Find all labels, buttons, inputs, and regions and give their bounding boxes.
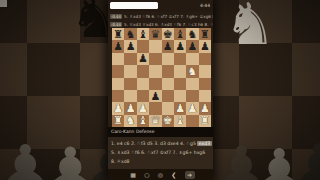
board-icon[interactable]: ▦ <box>130 171 136 179</box>
square-g2[interactable]: ♟ <box>186 102 198 114</box>
square-f5[interactable] <box>174 65 186 77</box>
opening-name-bar: Caro-Kann Defense <box>108 127 213 137</box>
white-knight-icon: ♞ <box>188 66 198 77</box>
white-bishop-icon: ♝ <box>138 115 148 126</box>
move-line[interactable]: 1. e4 c6 2. ♘f3 d5 3. d3 dxe4 4. ♘g5 exd… <box>111 140 213 149</box>
move-line[interactable]: 8. ♕xd8 <box>111 158 213 167</box>
black-rook-icon: ♜ <box>113 29 123 40</box>
square-e5[interactable] <box>162 65 174 77</box>
square-h7[interactable]: ♟ <box>199 40 211 52</box>
square-g6[interactable] <box>186 53 198 65</box>
square-f4[interactable] <box>174 78 186 90</box>
chess-app-panel: 4:44 -0.44 5. ♗xd3 ♘f6 6. ♘xf7 ♔xf7 7. ♗… <box>108 0 213 180</box>
engine-line-moves: 5. ♕xd3 ♕xd3 6. ♗xd3 ♘f6 7. ♘c3 h6 8. ♘f… <box>124 22 213 27</box>
square-f3[interactable] <box>174 90 186 102</box>
black-knight-icon: ♞ <box>126 29 136 40</box>
black-bishop-icon: ♝ <box>175 29 185 40</box>
clock-text: 4:44 <box>200 3 210 8</box>
back-icon[interactable]: ❮ <box>171 171 176 179</box>
black-bishop-icon: ♝ <box>138 29 148 40</box>
white-pawn-icon: ♟ <box>113 103 123 114</box>
square-g8[interactable]: ♞ <box>186 28 198 40</box>
square-a3[interactable] <box>112 90 124 102</box>
square-c8[interactable]: ♝ <box>137 28 149 40</box>
black-pawn-icon: ♟ <box>138 53 148 64</box>
square-e2[interactable] <box>162 102 174 114</box>
white-queen-icon: ♛ <box>150 115 160 126</box>
square-b8[interactable]: ♞ <box>124 28 136 40</box>
white-pawn-icon: ♟ <box>200 103 210 114</box>
white-pawn-icon: ♟ <box>188 103 198 114</box>
square-c2[interactable]: ♟ <box>137 102 149 114</box>
square-f8[interactable]: ♝ <box>174 28 186 40</box>
black-pawn-icon: ♟ <box>175 41 185 52</box>
square-e6[interactable] <box>162 53 174 65</box>
black-king-icon: ♚ <box>163 29 173 40</box>
black-rook-icon: ♜ <box>200 29 210 40</box>
forward-icon[interactable]: ➜ <box>185 171 195 179</box>
square-c6[interactable]: ♟ <box>137 53 149 65</box>
eval-badge: -0.44 <box>110 22 122 28</box>
square-d7[interactable] <box>149 40 161 52</box>
square-e1[interactable]: ♚ <box>162 115 174 127</box>
black-pawn-icon: ♟ <box>188 41 198 52</box>
search-input[interactable] <box>110 2 158 9</box>
white-king-icon: ♚ <box>163 115 173 126</box>
square-d2[interactable] <box>149 102 161 114</box>
square-d8[interactable]: ♛ <box>149 28 161 40</box>
black-pawn-icon: ♟ <box>200 41 210 52</box>
square-a2[interactable]: ♟ <box>112 102 124 114</box>
square-d3[interactable]: ♟ <box>149 90 161 102</box>
square-h6[interactable] <box>199 53 211 65</box>
bottom-toolbar: ▦○◎❮➜ <box>108 169 213 180</box>
white-pawn-icon: ♟ <box>175 103 185 114</box>
square-b1[interactable]: ♞ <box>124 115 136 127</box>
square-e4[interactable] <box>162 78 174 90</box>
square-b6[interactable] <box>124 53 136 65</box>
square-c3[interactable] <box>137 90 149 102</box>
black-pawn-icon: ♟ <box>126 41 136 52</box>
engine-line-moves: 5. ♗xd3 ♘f6 6. ♘xf7 ♔xf7 7. ♗g6+ ♔xg6 8.… <box>124 14 213 19</box>
square-h2[interactable]: ♟ <box>199 102 211 114</box>
square-e8[interactable]: ♚ <box>162 28 174 40</box>
white-knight-icon: ♞ <box>126 115 136 126</box>
square-c1[interactable]: ♝ <box>137 115 149 127</box>
square-f2[interactable]: ♟ <box>174 102 186 114</box>
engine-line[interactable]: -0.44 5. ♗xd3 ♘f6 6. ♘xf7 ♔xf7 7. ♗g6+ ♔… <box>110 13 213 20</box>
black-pawn-icon: ♟ <box>163 41 173 52</box>
square-b4[interactable] <box>124 78 136 90</box>
square-d6[interactable] <box>149 53 161 65</box>
square-d4[interactable] <box>149 78 161 90</box>
square-h1[interactable]: ♜ <box>199 115 211 127</box>
square-e3[interactable] <box>162 90 174 102</box>
chess-board[interactable]: ♜♞♝♛♚♝♞♜♟♟♟♟♟♟♟♞♟♟♟♟♟♟♟♜♞♝♛♚♝♜ <box>112 28 211 127</box>
white-pawn-icon: ♟ <box>138 103 148 114</box>
moves-text[interactable]: 1. e4 c6 2. ♘f3 d5 3. d3 dxe4 4. ♘g5 <box>111 141 197 146</box>
square-a8[interactable]: ♜ <box>112 28 124 40</box>
white-rook-icon: ♜ <box>113 115 123 126</box>
black-queen-icon: ♛ <box>150 29 160 40</box>
square-a7[interactable]: ♟ <box>112 40 124 52</box>
move-line[interactable]: 5. ♗xd3 ♘f6 6. ♘xf7 ♔xf7 7. ♗g6+ hxg6 <box>111 149 213 158</box>
engine-analysis: -0.44 5. ♗xd3 ♘f6 6. ♘xf7 ♔xf7 7. ♗g6+ ♔… <box>108 12 213 28</box>
move-list: 1. e4 c6 2. ♘f3 d5 3. d3 dxe4 4. ♘g5 exd… <box>108 137 213 169</box>
top-bar: 4:44 <box>108 0 213 12</box>
pieces-icon[interactable]: ○ <box>144 171 149 179</box>
square-d5[interactable] <box>149 65 161 77</box>
white-pawn-icon: ♟ <box>126 103 136 114</box>
square-h4[interactable] <box>199 78 211 90</box>
video-frame: ♞ ♞ ♟ ♟ ♟ ♟ ♟ ♟ 4:44 -0.44 5. ♗xd3 ♘f6 6… <box>0 0 320 180</box>
square-a4[interactable] <box>112 78 124 90</box>
square-d1[interactable]: ♛ <box>149 115 161 127</box>
square-f1[interactable]: ♝ <box>174 115 186 127</box>
square-a6[interactable] <box>112 53 124 65</box>
square-h3[interactable] <box>199 90 211 102</box>
square-e7[interactable]: ♟ <box>162 40 174 52</box>
square-h5[interactable] <box>199 65 211 77</box>
engine-line[interactable]: -0.44 5. ♕xd3 ♕xd3 6. ♗xd3 ♘f6 7. ♘c3 h6… <box>110 21 213 28</box>
white-bishop-icon: ♝ <box>175 115 185 126</box>
square-b3[interactable] <box>124 90 136 102</box>
square-g7[interactable]: ♟ <box>186 40 198 52</box>
black-knight-icon: ♞ <box>188 29 198 40</box>
square-a1[interactable]: ♜ <box>112 115 124 127</box>
square-a5[interactable] <box>112 65 124 77</box>
square-g5[interactable]: ♞ <box>186 65 198 77</box>
square-c5[interactable] <box>137 65 149 77</box>
eval-badge: -0.44 <box>110 14 122 20</box>
square-c7[interactable] <box>137 40 149 52</box>
square-h8[interactable]: ♜ <box>199 28 211 40</box>
square-g3[interactable] <box>186 90 198 102</box>
square-g1[interactable] <box>186 115 198 127</box>
square-f6[interactable] <box>174 53 186 65</box>
square-c4[interactable] <box>137 78 149 90</box>
square-b5[interactable] <box>124 65 136 77</box>
black-pawn-icon: ♟ <box>113 41 123 52</box>
square-g4[interactable] <box>186 78 198 90</box>
white-rook-icon: ♜ <box>200 115 210 126</box>
black-pawn-icon: ♟ <box>150 91 160 102</box>
hint-icon[interactable]: ◎ <box>158 171 163 179</box>
square-f7[interactable]: ♟ <box>174 40 186 52</box>
square-b7[interactable]: ♟ <box>124 40 136 52</box>
square-b2[interactable]: ♟ <box>124 102 136 114</box>
current-move[interactable]: exd3 <box>197 141 211 146</box>
